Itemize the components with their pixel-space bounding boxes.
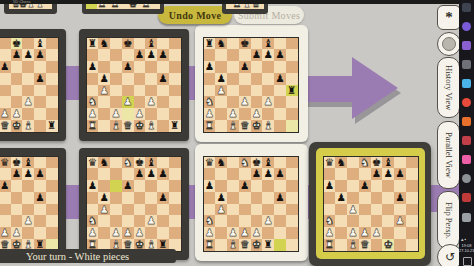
square-d8[interactable] <box>0 38 11 50</box>
square-e5[interactable] <box>134 73 146 85</box>
piece-wb-c1[interactable]: ♝ <box>110 120 122 132</box>
square-h2[interactable] <box>406 227 418 239</box>
taskbar-app-icon-11[interactable] <box>462 213 471 222</box>
piece-br-f1[interactable]: ♜ <box>262 239 274 251</box>
square-h3[interactable] <box>46 96 58 108</box>
square-b3[interactable] <box>335 215 347 227</box>
square-d4[interactable] <box>0 204 11 216</box>
piece-bn-b8[interactable]: ♞ <box>98 157 110 169</box>
square-f5[interactable] <box>22 192 34 204</box>
piece-bp-g7[interactable]: ♟ <box>157 168 169 180</box>
square-c4[interactable] <box>110 85 122 97</box>
square-g3[interactable] <box>274 215 286 227</box>
piece-bp-f7[interactable]: ♟ <box>382 168 394 180</box>
square-c6[interactable] <box>227 61 239 73</box>
piece-bp-e7[interactable]: ♟ <box>11 49 23 61</box>
square-h4[interactable] <box>46 204 58 216</box>
piece-wp-e2[interactable]: ♟ <box>11 108 23 120</box>
square-h1[interactable] <box>406 239 418 251</box>
piece-bp-g7[interactable]: ♟ <box>274 49 286 61</box>
taskbar-app-icon-7[interactable] <box>462 136 471 145</box>
piece-wr-a1[interactable]: ♜ <box>204 239 216 251</box>
piece-wp-d3[interactable]: ♟ <box>239 96 251 108</box>
square-b2[interactable] <box>98 227 110 239</box>
piece-wp-c2[interactable]: ♟ <box>110 108 122 120</box>
piece-bp-b5[interactable]: ♟ <box>215 73 227 85</box>
square-f2[interactable] <box>262 227 274 239</box>
square-g1[interactable] <box>274 239 286 251</box>
square-h6[interactable] <box>46 61 58 73</box>
piece-wp-b4[interactable]: ♟ <box>215 85 227 97</box>
square-e5[interactable] <box>251 73 263 85</box>
square-d5[interactable] <box>239 73 251 85</box>
square-g6[interactable] <box>34 61 46 73</box>
square-e5[interactable] <box>11 192 23 204</box>
square-c8[interactable] <box>110 38 122 50</box>
square-h7[interactable] <box>406 168 418 180</box>
piece-bn-b8[interactable]: ♞ <box>215 157 227 169</box>
square-e6[interactable] <box>371 180 383 192</box>
square-b3[interactable] <box>215 96 227 108</box>
square-d2[interactable] <box>122 108 134 120</box>
square-h8[interactable] <box>169 157 181 169</box>
piece-wb-f1[interactable]: ♝ <box>262 120 274 132</box>
square-d5[interactable] <box>122 192 134 204</box>
piece-wk-e1[interactable]: ♚ <box>251 239 263 251</box>
square-b6[interactable] <box>215 180 227 192</box>
square-e6[interactable] <box>251 180 263 192</box>
piece-wp-e2[interactable]: ♟ <box>134 227 146 239</box>
square-d4[interactable] <box>0 85 11 97</box>
undo-move-button[interactable]: Undo Move <box>158 6 232 24</box>
square-g4[interactable] <box>34 85 46 97</box>
square-c8[interactable] <box>227 38 239 50</box>
square-h6[interactable] <box>286 180 298 192</box>
square-e5[interactable] <box>251 192 263 204</box>
square-b7[interactable] <box>98 49 110 61</box>
square-f6[interactable] <box>262 180 274 192</box>
square-e6[interactable] <box>251 61 263 73</box>
piece-wp-e2[interactable]: ♟ <box>251 227 263 239</box>
square-h8[interactable] <box>286 38 298 50</box>
square-g1[interactable] <box>34 120 46 132</box>
piece-wp-a2[interactable]: ♟ <box>204 227 216 239</box>
piece-wn-d8[interactable]: ♞ <box>122 157 134 169</box>
piece-bq-d8[interactable]: ♛ <box>0 157 11 169</box>
square-e5[interactable] <box>134 192 146 204</box>
square-f6[interactable] <box>145 61 157 73</box>
square-b1[interactable] <box>98 120 110 132</box>
piece-wp-c2[interactable]: ♟ <box>227 227 239 239</box>
piece-wp-a2[interactable]: ♟ <box>324 227 336 239</box>
square-h4[interactable] <box>169 85 181 97</box>
piece-br-a8[interactable]: ♜ <box>87 38 99 50</box>
square-h2[interactable] <box>169 108 181 120</box>
square-c4[interactable] <box>227 85 239 97</box>
square-g2[interactable] <box>34 227 46 239</box>
square-g6[interactable] <box>34 180 46 192</box>
piece-wb-f1[interactable]: ♝ <box>22 120 34 132</box>
square-f2[interactable] <box>262 108 274 120</box>
piece-bp-d6[interactable]: ♟ <box>0 61 11 73</box>
square-c4[interactable] <box>110 204 122 216</box>
square-f5[interactable] <box>262 73 274 85</box>
square-g2[interactable] <box>157 227 169 239</box>
square-h5[interactable] <box>286 192 298 204</box>
square-c6[interactable] <box>110 61 122 73</box>
taskbar-app-icon-0[interactable] <box>462 3 471 12</box>
piece-bp-a6[interactable]: ♟ <box>324 180 336 192</box>
square-f5[interactable] <box>22 73 34 85</box>
square-b2[interactable] <box>215 227 227 239</box>
taskbar-app-icon-10[interactable] <box>462 193 471 202</box>
square-f5[interactable] <box>262 192 274 204</box>
square-h5[interactable] <box>169 192 181 204</box>
piece-wb-c1[interactable]: ♝ <box>347 239 359 251</box>
piece-bp-g5[interactable]: ♟ <box>394 192 406 204</box>
square-h8[interactable] <box>46 157 58 169</box>
piece-wq-d1[interactable]: ♛ <box>122 120 134 132</box>
piece-wp-c4[interactable]: ♟ <box>347 204 359 216</box>
square-e6[interactable] <box>134 61 146 73</box>
square-b6[interactable] <box>335 180 347 192</box>
square-b4[interactable] <box>335 204 347 216</box>
square-h5[interactable] <box>46 192 58 204</box>
piece-bp-g5[interactable]: ♟ <box>274 192 286 204</box>
piece-bp-b5[interactable]: ♟ <box>98 73 110 85</box>
square-e1[interactable] <box>371 239 383 251</box>
square-g6[interactable] <box>157 61 169 73</box>
piece-wp-b4[interactable]: ♟ <box>98 85 110 97</box>
square-b3[interactable] <box>215 215 227 227</box>
piece-wq-d1[interactable]: ♛ <box>239 239 251 251</box>
piece-wr-a1[interactable]: ♜ <box>324 239 336 251</box>
square-b2[interactable] <box>215 108 227 120</box>
piece-wp-f3[interactable]: ♟ <box>22 96 34 108</box>
square-h4[interactable] <box>169 204 181 216</box>
square-a5[interactable] <box>204 192 216 204</box>
square-b1[interactable] <box>215 120 227 132</box>
square-h6[interactable] <box>286 61 298 73</box>
square-g6[interactable] <box>394 180 406 192</box>
chess-board-t2-mid[interactable]: ♛♞♞♚♝♟♟♟♟♟♟♟♟♞♟♟♟♟♟♜♝♛♚♝♜ <box>86 156 182 252</box>
square-f6[interactable] <box>22 61 34 73</box>
notifications-icon[interactable] <box>463 257 472 266</box>
piece-wp-a2[interactable]: ♟ <box>87 108 99 120</box>
piece-bp-e7[interactable]: ♟ <box>251 168 263 180</box>
chess-board-t2-past[interactable]: ♛♚♝♟♟♟♟♟♟♟♟♛♚♝♜ <box>0 156 59 252</box>
square-b7[interactable] <box>98 168 110 180</box>
square-f6[interactable] <box>22 180 34 192</box>
piece-bp-f7[interactable]: ♟ <box>262 49 274 61</box>
piece-bp-a6[interactable]: ♟ <box>204 61 216 73</box>
square-h2[interactable] <box>286 108 298 120</box>
square-f4[interactable] <box>382 204 394 216</box>
square-d5[interactable] <box>0 192 11 204</box>
piece-wp-c2[interactable]: ♟ <box>347 227 359 239</box>
piece-wp-d2[interactable]: ♟ <box>239 227 251 239</box>
square-e4[interactable] <box>11 85 23 97</box>
piece-wk-f1[interactable]: ♚ <box>382 239 394 251</box>
square-e4[interactable] <box>371 204 383 216</box>
piece-wp-f3[interactable]: ♟ <box>145 96 157 108</box>
square-g4[interactable] <box>34 204 46 216</box>
piece-bp-g5[interactable]: ♟ <box>34 73 46 85</box>
piece-br-h1[interactable]: ♜ <box>169 120 181 132</box>
square-h5[interactable] <box>169 73 181 85</box>
square-g3[interactable] <box>157 215 169 227</box>
square-b3[interactable] <box>98 215 110 227</box>
square-c8[interactable] <box>347 157 359 169</box>
square-d4[interactable] <box>239 204 251 216</box>
square-h3[interactable] <box>169 215 181 227</box>
chess-board-t1-mid[interactable]: ♜♞♚♝♟♟♟♟♟♟♟♟♞♟♟♟♟♟♜♝♛♚♝♜ <box>86 37 182 133</box>
piece-bp-a6[interactable]: ♟ <box>87 61 99 73</box>
square-g6[interactable] <box>274 180 286 192</box>
square-g4[interactable] <box>274 204 286 216</box>
piece-wb-c1[interactable]: ♝ <box>227 120 239 132</box>
square-d5[interactable] <box>239 192 251 204</box>
piece-bp-b5[interactable]: ♟ <box>98 192 110 204</box>
square-c8[interactable] <box>110 157 122 169</box>
piece-bp-g7[interactable]: ♟ <box>34 49 46 61</box>
square-g4[interactable] <box>274 85 286 97</box>
square-c5[interactable] <box>110 73 122 85</box>
piece-bp-e7[interactable]: ♟ <box>11 168 23 180</box>
piece-bp-d6[interactable]: ♟ <box>239 61 251 73</box>
piece-bp-f7[interactable]: ♟ <box>145 168 157 180</box>
square-h1[interactable] <box>286 239 298 251</box>
square-b6[interactable] <box>215 61 227 73</box>
square-f5[interactable] <box>145 73 157 85</box>
tab-flip-perspective[interactable]: Flip Persp. <box>437 191 460 249</box>
square-h3[interactable] <box>406 215 418 227</box>
piece-bn-b8[interactable]: ♞ <box>335 157 347 169</box>
square-h2[interactable] <box>46 108 58 120</box>
piece-bp-b5[interactable]: ♟ <box>215 192 227 204</box>
piece-bp-e7[interactable]: ♟ <box>251 49 263 61</box>
square-g3[interactable] <box>157 96 169 108</box>
piece-bp-d6[interactable]: ♟ <box>0 180 11 192</box>
square-g3[interactable] <box>274 96 286 108</box>
piece-bp-g5[interactable]: ♟ <box>157 73 169 85</box>
square-c4[interactable] <box>227 204 239 216</box>
square-f2[interactable] <box>145 108 157 120</box>
piece-wp-d2[interactable]: ♟ <box>122 227 134 239</box>
square-h6[interactable] <box>406 180 418 192</box>
piece-wn-d8[interactable]: ♞ <box>359 157 371 169</box>
piece-wq-d1[interactable]: ♛ <box>0 120 11 132</box>
square-h8[interactable] <box>406 157 418 169</box>
square-h1[interactable] <box>286 120 298 132</box>
piece-br-h1[interactable]: ♜ <box>46 120 58 132</box>
square-h7[interactable] <box>286 168 298 180</box>
square-h2[interactable] <box>169 227 181 239</box>
chess-board-t1-present[interactable]: ♜♞♚♝♟♟♟♟♟♟♟♟♜♞♟♟♟♟♟♜♝♛♚♝ <box>203 37 299 133</box>
square-b7[interactable] <box>215 168 227 180</box>
taskbar-app-icon-4[interactable] <box>462 79 471 88</box>
piece-bp-e7[interactable]: ♟ <box>134 168 146 180</box>
piece-bp-d6[interactable]: ♟ <box>122 61 134 73</box>
square-h7[interactable] <box>46 168 58 180</box>
piece-wp-d3[interactable]: ♟ <box>122 96 134 108</box>
square-b2[interactable] <box>98 108 110 120</box>
square-c6[interactable] <box>347 180 359 192</box>
piece-bp-g7[interactable]: ♟ <box>274 168 286 180</box>
square-g6[interactable] <box>157 180 169 192</box>
taskbar-app-icon-3[interactable] <box>462 60 471 69</box>
square-g3[interactable] <box>34 215 46 227</box>
piece-wk-e1[interactable]: ♚ <box>11 120 23 132</box>
square-h8[interactable] <box>286 157 298 169</box>
star-menu-button[interactable]: * <box>437 5 461 30</box>
piece-wp-a2[interactable]: ♟ <box>204 108 216 120</box>
square-c7[interactable] <box>110 49 122 61</box>
piece-wq-d1[interactable]: ♛ <box>359 239 371 251</box>
square-d2[interactable] <box>239 108 251 120</box>
piece-bp-d6[interactable]: ♟ <box>239 180 251 192</box>
square-h4[interactable] <box>46 85 58 97</box>
square-h6[interactable] <box>46 180 58 192</box>
piece-bq-a8[interactable]: ♛ <box>87 157 99 169</box>
square-a5[interactable] <box>87 73 99 85</box>
taskbar-app-icon-6[interactable] <box>462 117 471 126</box>
square-b3[interactable] <box>98 96 110 108</box>
piece-bp-d6[interactable]: ♟ <box>359 180 371 192</box>
square-h7[interactable] <box>169 49 181 61</box>
square-a5[interactable] <box>324 192 336 204</box>
square-h7[interactable] <box>286 49 298 61</box>
square-h6[interactable] <box>169 61 181 73</box>
square-b6[interactable] <box>98 61 110 73</box>
square-c7[interactable] <box>110 168 122 180</box>
square-e4[interactable] <box>134 204 146 216</box>
piece-wn-d8[interactable]: ♞ <box>239 157 251 169</box>
piece-bp-e7[interactable]: ♟ <box>371 168 383 180</box>
square-d4[interactable] <box>122 204 134 216</box>
piece-bp-f7[interactable]: ♟ <box>262 168 274 180</box>
square-f6[interactable] <box>382 180 394 192</box>
piece-wp-f3[interactable]: ♟ <box>22 215 34 227</box>
piece-wp-d2[interactable]: ♟ <box>359 227 371 239</box>
piece-wp-e2[interactable]: ♟ <box>371 227 383 239</box>
piece-bq-a8[interactable]: ♛ <box>204 157 216 169</box>
piece-wp-e2[interactable]: ♟ <box>134 108 146 120</box>
square-g2[interactable] <box>394 227 406 239</box>
piece-wp-c2[interactable]: ♟ <box>110 227 122 239</box>
square-b2[interactable] <box>335 227 347 239</box>
square-e5[interactable] <box>371 192 383 204</box>
taskbar-app-icon-8[interactable] <box>462 155 471 164</box>
piece-bp-g5[interactable]: ♟ <box>274 73 286 85</box>
piece-wb-f1[interactable]: ♝ <box>145 120 157 132</box>
piece-br-a8[interactable]: ♜ <box>204 38 216 50</box>
square-b1[interactable] <box>215 239 227 251</box>
square-g1[interactable] <box>274 120 286 132</box>
piece-bq-a8[interactable]: ♛ <box>324 157 336 169</box>
piece-bp-a6[interactable]: ♟ <box>204 180 216 192</box>
piece-wq-d1[interactable]: ♛ <box>239 120 251 132</box>
square-b7[interactable] <box>215 49 227 61</box>
square-g2[interactable] <box>157 108 169 120</box>
square-b6[interactable] <box>98 180 110 192</box>
piece-bk-d8[interactable]: ♚ <box>239 38 251 50</box>
piece-wp-c2[interactable]: ♟ <box>227 108 239 120</box>
square-g6[interactable] <box>274 61 286 73</box>
taskbar-app-icon-5[interactable] <box>462 98 471 107</box>
square-f6[interactable] <box>145 180 157 192</box>
piece-wb-c1[interactable]: ♝ <box>227 239 239 251</box>
tab-history-view[interactable]: History View <box>437 57 460 118</box>
square-c6[interactable] <box>227 180 239 192</box>
square-e4[interactable] <box>251 204 263 216</box>
square-e6[interactable] <box>11 61 23 73</box>
piece-wp-f3[interactable]: ♟ <box>262 96 274 108</box>
square-g2[interactable] <box>274 108 286 120</box>
piece-bp-g5[interactable]: ♟ <box>34 192 46 204</box>
chess-board-t2-active[interactable]: ♛♞♞♚♝♟♟♟♟♟♟♟♟♞♟♟♟♟♟♜♝♛♚ <box>323 156 419 252</box>
piece-br-h4[interactable]: ♜ <box>286 85 298 97</box>
square-f3[interactable] <box>382 215 394 227</box>
piece-bp-f7[interactable]: ♟ <box>145 49 157 61</box>
square-e6[interactable] <box>11 180 23 192</box>
taskbar-app-icon-2[interactable] <box>462 41 471 50</box>
square-a5[interactable] <box>204 73 216 85</box>
square-e4[interactable] <box>251 85 263 97</box>
square-d4[interactable] <box>359 204 371 216</box>
system-tray-icons[interactable]: ▴▪ <box>461 236 467 242</box>
square-h7[interactable] <box>169 168 181 180</box>
piece-wp-a2[interactable]: ♟ <box>87 227 99 239</box>
square-b1[interactable] <box>335 239 347 251</box>
piece-wr-a1[interactable]: ♜ <box>87 120 99 132</box>
square-e4[interactable] <box>134 85 146 97</box>
taskbar-app-icon-1[interactable] <box>462 22 471 31</box>
piece-wp-d2[interactable]: ♟ <box>0 108 11 120</box>
square-h8[interactable] <box>169 38 181 50</box>
square-c5[interactable] <box>227 192 239 204</box>
square-g1[interactable] <box>394 239 406 251</box>
square-e6[interactable] <box>134 180 146 192</box>
piece-bp-d6[interactable]: ♟ <box>122 180 134 192</box>
square-f2[interactable] <box>22 227 34 239</box>
square-h4[interactable] <box>406 204 418 216</box>
chess-board-t1-past[interactable]: ♚♝♟♟♟♟♟♟♟♟♛♚♝♜ <box>0 37 59 133</box>
piece-bp-g7[interactable]: ♟ <box>34 168 46 180</box>
square-c5[interactable] <box>227 73 239 85</box>
square-f5[interactable] <box>382 192 394 204</box>
square-g1[interactable] <box>157 120 169 132</box>
square-h2[interactable] <box>46 227 58 239</box>
square-a5[interactable] <box>87 192 99 204</box>
piece-bn-b8[interactable]: ♞ <box>98 38 110 50</box>
square-c5[interactable] <box>110 192 122 204</box>
square-h7[interactable] <box>46 49 58 61</box>
square-h2[interactable] <box>286 227 298 239</box>
piece-wp-e2[interactable]: ♟ <box>251 108 263 120</box>
piece-bp-a6[interactable]: ♟ <box>87 180 99 192</box>
chess-board-t2-present[interactable]: ♛♞♞♚♝♟♟♟♟♟♟♟♟♞♟♟♟♟♟♜♝♛♚♜ <box>203 156 299 252</box>
square-d5[interactable] <box>0 73 11 85</box>
square-c7[interactable] <box>227 168 239 180</box>
square-c8[interactable] <box>227 157 239 169</box>
piece-wp-d2[interactable]: ♟ <box>0 227 11 239</box>
square-c5[interactable] <box>347 192 359 204</box>
piece-wk-e1[interactable]: ♚ <box>134 120 146 132</box>
square-g3[interactable] <box>34 96 46 108</box>
square-b7[interactable] <box>335 168 347 180</box>
piece-bp-b5[interactable]: ♟ <box>335 192 347 204</box>
